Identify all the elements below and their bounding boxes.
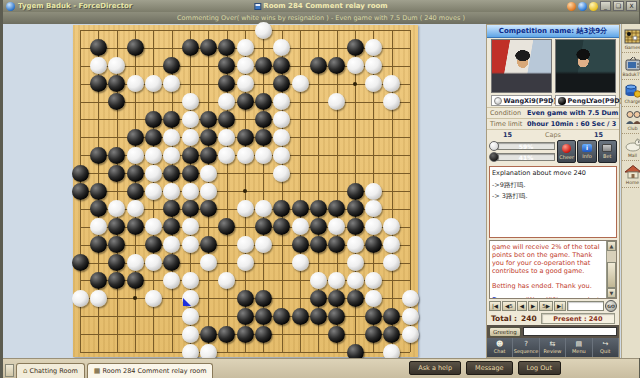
black-stone-icon [558,97,566,105]
stone-black [255,129,272,146]
stone-white [182,290,199,307]
stone-white [145,254,162,271]
stone-white [255,236,272,253]
stone-white [328,93,345,110]
client-area: Competition name: 結3決9分 WangXi9(P9D) Pen… [3,24,639,358]
stone-white [310,272,327,289]
stone-black [273,218,290,235]
greeting-row: Greeting [487,325,619,338]
stone-black [218,39,235,56]
totals-row: Total : 240 Present : 240 [487,312,619,325]
stone-black [127,39,144,56]
stone-black [182,165,199,182]
stone-black [255,326,272,343]
message-button[interactable]: Message [466,361,513,375]
quit-icon: ↪ [602,341,608,348]
app-window: Tygem Baduk - ForceDirector Room 284 Com… [0,0,640,378]
stone-black [108,147,125,164]
stone-white [365,75,382,92]
stone-black [163,57,180,74]
move-nav-row: |◀ ◀5 ◀ ▶ 5▶ ▶| GO [487,300,619,312]
stone-black [108,272,125,289]
stone-white [108,57,125,74]
stone-black [72,254,89,271]
stone-white [347,254,364,271]
stone-black [218,326,235,343]
white-knob-icon [489,141,499,151]
forward-button[interactable]: ▶ [528,301,538,311]
stone-white [347,57,364,74]
stone-white [108,200,125,217]
stone-white [237,57,254,74]
stone-white [402,308,419,325]
menu-button[interactable]: ▤Menu [566,338,592,357]
stone-white [273,129,290,146]
white-bet-bar: 59% [489,141,555,151]
greeting-button[interactable]: Greeting [489,327,521,337]
stone-black [328,290,345,307]
stone-black [255,57,272,74]
player-photos [487,38,619,94]
stone-black [310,57,327,74]
stone-white [182,272,199,289]
stone-black [182,147,199,164]
stone-white [218,147,235,164]
rail-baduktv[interactable]: BadukTV [622,53,640,80]
stone-white [365,39,382,56]
stone-black [255,308,272,325]
stone-black [200,326,217,343]
stone-black [127,183,144,200]
coin-drum-icon [624,83,640,98]
quit-button[interactable]: ↪Quit [593,338,619,357]
last-move-button[interactable]: ▶| [554,301,566,311]
stone-black [200,147,217,164]
stone-white [145,147,162,164]
stone-white [90,57,107,74]
review-icon: ⇆ [550,341,556,348]
stone-white [182,326,199,343]
home-tab-icon: ⌂ [23,368,27,375]
forward5-button[interactable]: 5▶ [539,301,553,311]
back5-button[interactable]: ◀5 [502,301,516,311]
stone-black [237,290,254,307]
panel-toolbar: ☻Chat ?Sequence ⇆Review ▤Menu ↪Quit [487,338,619,357]
room-icon [254,3,261,10]
star-point [133,296,137,300]
sequence-button[interactable]: ?Sequence [513,338,539,357]
stone-white [90,290,107,307]
white-player-photo [491,39,552,93]
explanation-line: ->9路打吗. [492,181,614,190]
stone-white [402,290,419,307]
tab-chatting-room[interactable]: ⌂ Chatting Room [16,363,85,378]
stone-white [145,218,162,235]
explanation-line: -> 3路打吗. [492,192,614,201]
black-bet-bar: 41% [489,152,555,162]
stone-white [127,147,144,164]
stone-white [383,218,400,235]
stone-black [108,165,125,182]
stone-black [310,308,327,325]
review-button[interactable]: ⇆Review [540,338,566,357]
stone-white [182,308,199,325]
stone-black [145,111,162,128]
home-icon [624,164,640,179]
stone-black [182,200,199,217]
stone-white [255,22,272,39]
bottom-bar: ⌂ Chatting Room ▦ Room 284 Comment relay… [3,358,639,378]
stone-black [383,308,400,325]
stone-white [145,290,162,307]
stone-black [200,39,217,56]
tab-room-284[interactable]: ▦ Room 284 Comment relay room [87,363,214,378]
stone-black [255,218,272,235]
stone-white [237,75,254,92]
stone-white [273,165,290,182]
rail-home[interactable]: Home [622,161,640,188]
stone-white [328,218,345,235]
stone-black [90,75,107,92]
stone-black [292,236,309,253]
game-status-bar: Commenting Over( white wins by resignati… [3,12,639,24]
black-player-name: PengLYao(P9D) [555,95,616,106]
stone-white [127,75,144,92]
cheer-button[interactable]: Cheer [557,140,576,163]
stone-white [347,236,364,253]
stone-white [273,111,290,128]
stone-white [402,326,419,343]
stone-black [328,200,345,217]
bulb-icon[interactable] [589,2,598,11]
stone-black [90,39,107,56]
stone-black [72,183,89,200]
stone-black [365,236,382,253]
competition-name: Competition name: 結3決9分 [487,25,619,38]
stone-white [182,218,199,235]
sequence-icon: ? [524,341,528,348]
bet-button[interactable]: Bet [598,140,617,163]
stone-black [383,326,400,343]
stone-white [347,272,364,289]
stone-black [365,308,382,325]
logout-button[interactable]: Log Out [518,361,561,375]
stone-black [273,308,290,325]
stone-black [90,272,107,289]
stone-white [145,75,162,92]
stone-black [273,200,290,217]
stone-white [255,200,272,217]
stone-black [108,218,125,235]
stone-black [328,57,345,74]
scroll-up-arrow[interactable]: ▲ [607,241,616,251]
stone-white [292,75,309,92]
stone-black [292,200,309,217]
stone-black [127,272,144,289]
total-moves: 240 [521,314,537,323]
scroll-thumb[interactable] [607,262,616,288]
game-info-panel: Competition name: 結3決9分 WangXi9(P9D) Pen… [486,24,620,358]
stone-black [310,200,327,217]
stone-black [237,326,254,343]
board-tab-icon: ▦ [94,368,101,375]
stone-white [237,200,254,217]
stone-black [90,147,107,164]
first-move-button[interactable]: |◀ [489,301,501,311]
stone-black [145,236,162,253]
stone-white [200,165,217,182]
go-board-icon [624,29,640,44]
caps-black: 15 [594,131,603,139]
stone-black [347,218,364,235]
last-move-marker [183,298,191,306]
stone-white [182,129,199,146]
stone-black [127,165,144,182]
move-number-input[interactable] [567,301,604,311]
explanation-title: Explanation about move 240 [492,169,614,177]
stone-white [145,183,162,200]
rail-games[interactable]: Games [622,26,640,53]
stone-white [255,147,272,164]
stone-black [255,111,272,128]
stone-black [255,290,272,307]
stone-white [365,57,382,74]
stone-white [200,254,217,271]
stone-black [108,75,125,92]
caps-white: 15 [503,131,512,139]
stone-black [237,308,254,325]
room-title-text: Room 284 Comment relay room [263,2,387,10]
stone-black [108,93,125,110]
app-globe-icon [6,2,15,11]
stone-white [237,147,254,164]
stone-black [200,200,217,217]
board-grid [80,30,410,352]
bet-icon [602,144,612,152]
stone-black [365,326,382,343]
stone-black [347,200,364,217]
stone-white [163,236,180,253]
stone-black [72,165,89,182]
stone-black [310,236,327,253]
black-bet-pct: 41% [498,154,554,161]
stone-black [328,326,345,343]
window-title: Tygem Baduk - ForceDirector [18,2,132,10]
stone-black [182,39,199,56]
stone-black [200,236,217,253]
star-point [243,189,247,193]
right-rail: Games BadukTV Charge Club Mall Home [621,24,640,358]
stone-black [200,111,217,128]
chat-line: Process>'WangXi9' won against 'PengLYao'… [492,296,604,298]
white-stone-icon [494,97,502,105]
stone-white [365,272,382,289]
go-button[interactable]: GO [605,300,617,312]
go-board[interactable] [73,25,418,357]
stone-white [127,200,144,217]
white-player-name: WangXi9(P9D) [491,95,552,106]
stone-white [182,236,199,253]
info-icon: i [582,144,592,152]
rail-mall[interactable]: Mall [622,134,640,161]
cheer-ball-icon [562,144,571,153]
stone-white [237,236,254,253]
chat-scrollbar[interactable]: ▲ ▼ [606,241,616,298]
stone-white [218,93,235,110]
black-player-photo [555,39,616,93]
restore-button[interactable]: ❏ [613,1,624,11]
stone-white [182,93,199,110]
stone-white [72,290,89,307]
back-button[interactable]: ◀ [517,301,527,311]
stone-black [237,93,254,110]
stone-white [383,236,400,253]
stone-white [273,39,290,56]
room-title: Room 284 Comment relay room [254,2,387,10]
process-prefix: Process> [492,296,526,298]
stone-black [90,200,107,217]
stone-black [347,183,364,200]
stone-black [218,111,235,128]
scroll-down-arrow[interactable]: ▼ [607,288,616,298]
stone-white [163,147,180,164]
chat-button[interactable]: ☻Chat [487,338,513,357]
stone-white [163,183,180,200]
white-bet-pct: 59% [498,143,554,150]
stone-black [255,93,272,110]
caps-row: 15 Caps 15 [487,129,619,139]
stone-white [365,183,382,200]
stone-black [292,308,309,325]
stone-white [292,218,309,235]
stone-black [163,254,180,271]
stone-white [127,254,144,271]
stone-black [163,111,180,128]
stone-white [365,290,382,307]
rail-charge[interactable]: Charge [622,80,640,107]
stone-white [273,93,290,110]
info-button[interactable]: i Info [577,140,596,163]
stone-white [163,129,180,146]
tv-icon [624,56,640,71]
stone-black [145,129,162,146]
stone-black [310,218,327,235]
stone-white [292,254,309,271]
chat-input[interactable] [523,327,617,336]
stone-white [163,75,180,92]
stone-black [273,75,290,92]
close-button[interactable]: X [626,1,637,11]
chat-icon: ☻ [496,341,503,348]
stone-white [365,200,382,217]
stone-black [328,236,345,253]
globe-icon[interactable] [578,2,587,11]
stone-white [273,147,290,164]
stone-black [218,57,235,74]
stone-black [90,183,107,200]
stone-white [328,272,345,289]
animal-icon [624,137,640,152]
stone-black [218,218,235,235]
stone-black [347,290,364,307]
taskbar-stub[interactable] [5,364,14,377]
stone-white [145,165,162,182]
stone-black [127,129,144,146]
menu-icon: ▤ [576,341,583,348]
compass-icon[interactable] [567,2,576,11]
present-move: Present : 240 [541,313,615,324]
rail-club[interactable]: Club [622,107,640,134]
stone-black [163,200,180,217]
stone-white [90,218,107,235]
stone-black [90,236,107,253]
stone-black [328,308,345,325]
stone-white [383,254,400,271]
stone-white [237,39,254,56]
condition-row: Condition Even game with 7.5 Dum [487,107,619,118]
star-point [353,82,357,86]
stone-black [218,75,235,92]
stone-white [182,111,199,128]
explanation-box: Explanation about move 240 ->9路打吗. -> 3路… [489,166,617,238]
stone-white [218,272,235,289]
stone-black [237,129,254,146]
stone-black [127,218,144,235]
stone-black [347,39,364,56]
chat-line: Betting has ended. Thank you. [492,282,604,290]
stone-black [200,129,217,146]
stone-white [200,183,217,200]
stone-white [365,218,382,235]
chat-messages: game will receive 2% of the total points… [490,241,606,298]
ask-help-button[interactable]: Ask a help [409,361,461,375]
stone-black [163,165,180,182]
player-names: WangXi9(P9D) PengLYao(P9D) [487,94,619,107]
betting-block: 59% 41% Cheer i Info [487,139,619,164]
people-icon [624,110,640,125]
stone-white [383,75,400,92]
stone-white [237,254,254,271]
chat-box: game will receive 2% of the total points… [489,240,617,299]
stone-white [218,129,235,146]
minimize-button[interactable]: _ [600,1,611,11]
stone-white [163,272,180,289]
stone-black [108,236,125,253]
stone-black [108,254,125,271]
stone-black [310,290,327,307]
chat-line: game will receive 2% of the total points… [492,243,604,276]
stone-white [383,93,400,110]
stone-black [163,218,180,235]
stone-black [273,57,290,74]
time-limit-row: Time limit 0hour 10min : 60 Sec / 3 [487,118,619,129]
caps-label: Caps [545,131,561,139]
titlebar: Tygem Baduk - ForceDirector Room 284 Com… [3,0,639,12]
stone-white [182,183,199,200]
